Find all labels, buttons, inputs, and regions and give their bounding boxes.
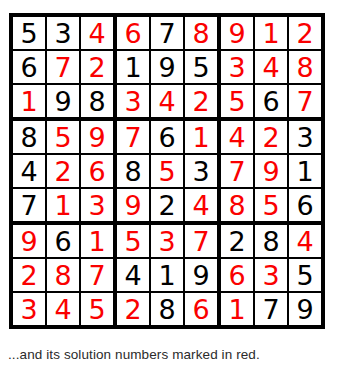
cell-r7c7-given: 2 (221, 225, 255, 259)
cell-r2c9-solution: 8 (289, 51, 321, 85)
cell-r9c4-solution: 2 (117, 293, 151, 325)
cell-r7c4-solution: 5 (117, 225, 151, 259)
cell-r6c1-given: 7 (13, 189, 47, 225)
cell-r9c9-given: 9 (289, 293, 321, 325)
cell-r7c9-solution: 4 (289, 225, 321, 259)
cell-r6c8-solution: 5 (255, 189, 289, 225)
cell-r3c4-solution: 3 (117, 85, 151, 121)
cell-r4c9-given: 3 (289, 121, 321, 155)
cell-r9c1-solution: 3 (13, 293, 47, 325)
sudoku-figure: 5346789126721953481983425678597614234268… (0, 0, 339, 376)
cell-r3c8-given: 6 (255, 85, 289, 121)
cell-r4c5-given: 6 (151, 121, 185, 155)
cell-r1c4-solution: 6 (117, 17, 151, 51)
cell-r8c3-solution: 7 (81, 259, 117, 293)
cell-r3c9-solution: 7 (289, 85, 321, 121)
cell-r5c8-solution: 9 (255, 155, 289, 189)
cell-r5c4-given: 8 (117, 155, 151, 189)
cell-r1c2-given: 3 (47, 17, 81, 51)
figure-caption: ...and its solution numbers marked in re… (8, 347, 260, 362)
cell-r5c6-given: 3 (185, 155, 221, 189)
cell-r7c5-solution: 3 (151, 225, 185, 259)
cell-r6c3-solution: 3 (81, 189, 117, 225)
cell-r8c8-solution: 3 (255, 259, 289, 293)
cell-r4c7-solution: 4 (221, 121, 255, 155)
cell-r5c9-given: 1 (289, 155, 321, 189)
cell-r9c6-solution: 6 (185, 293, 221, 325)
cell-r1c7-solution: 9 (221, 17, 255, 51)
cell-r9c7-solution: 1 (221, 293, 255, 325)
cell-r7c1-solution: 9 (13, 225, 47, 259)
cell-r2c2-solution: 7 (47, 51, 81, 85)
sudoku-board: 5346789126721953481983425678597614234268… (9, 13, 325, 329)
cell-r5c7-solution: 7 (221, 155, 255, 189)
cell-r5c1-given: 4 (13, 155, 47, 189)
cell-r1c9-solution: 2 (289, 17, 321, 51)
cell-r2c4-given: 1 (117, 51, 151, 85)
cell-r9c8-given: 7 (255, 293, 289, 325)
cell-r2c8-solution: 4 (255, 51, 289, 85)
cell-r3c2-given: 9 (47, 85, 81, 121)
cell-r8c9-given: 5 (289, 259, 321, 293)
cell-r8c5-given: 1 (151, 259, 185, 293)
cell-r9c2-solution: 4 (47, 293, 81, 325)
cell-r1c8-solution: 1 (255, 17, 289, 51)
cell-r6c5-given: 2 (151, 189, 185, 225)
cell-r8c4-given: 4 (117, 259, 151, 293)
cell-r9c5-given: 8 (151, 293, 185, 325)
cell-r4c3-solution: 9 (81, 121, 117, 155)
cell-r6c2-solution: 1 (47, 189, 81, 225)
cell-r3c6-solution: 2 (185, 85, 221, 121)
cell-r7c8-given: 8 (255, 225, 289, 259)
cell-r7c3-solution: 1 (81, 225, 117, 259)
cell-r2c6-given: 5 (185, 51, 221, 85)
cell-r1c6-solution: 8 (185, 17, 221, 51)
cell-r4c4-solution: 7 (117, 121, 151, 155)
cell-r8c7-solution: 6 (221, 259, 255, 293)
cell-r6c9-given: 6 (289, 189, 321, 225)
cell-r5c2-solution: 2 (47, 155, 81, 189)
cell-r4c1-given: 8 (13, 121, 47, 155)
cell-r5c5-solution: 5 (151, 155, 185, 189)
cell-r3c5-solution: 4 (151, 85, 185, 121)
cell-r3c1-solution: 1 (13, 85, 47, 121)
cell-r2c3-solution: 2 (81, 51, 117, 85)
cell-r9c3-solution: 5 (81, 293, 117, 325)
cell-r1c1-given: 5 (13, 17, 47, 51)
cell-r7c2-given: 6 (47, 225, 81, 259)
cell-r2c5-given: 9 (151, 51, 185, 85)
cell-r8c6-given: 9 (185, 259, 221, 293)
cell-r6c7-solution: 8 (221, 189, 255, 225)
cell-r2c7-solution: 3 (221, 51, 255, 85)
cell-r4c6-solution: 1 (185, 121, 221, 155)
cell-r8c2-solution: 8 (47, 259, 81, 293)
cell-r3c3-given: 8 (81, 85, 117, 121)
cell-r4c8-solution: 2 (255, 121, 289, 155)
cell-r8c1-solution: 2 (13, 259, 47, 293)
cell-r1c3-solution: 4 (81, 17, 117, 51)
cell-r6c6-solution: 4 (185, 189, 221, 225)
cell-r5c3-solution: 6 (81, 155, 117, 189)
cell-r1c5-given: 7 (151, 17, 185, 51)
cell-r3c7-solution: 5 (221, 85, 255, 121)
cell-r6c4-solution: 9 (117, 189, 151, 225)
cell-r2c1-given: 6 (13, 51, 47, 85)
cell-r4c2-solution: 5 (47, 121, 81, 155)
cell-r7c6-solution: 7 (185, 225, 221, 259)
